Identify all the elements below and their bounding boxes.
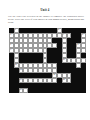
clue-number: 13 xyxy=(53,74,55,76)
block-cell xyxy=(81,88,86,93)
clue-number: 10 xyxy=(63,59,65,61)
clue-number: 9 xyxy=(10,49,11,51)
clue-number: 14 xyxy=(20,79,22,81)
clue-number: 3 xyxy=(10,34,11,36)
clue-number: 15 xyxy=(63,79,65,81)
clue-number: 2 xyxy=(58,29,59,31)
clue-number: 12 xyxy=(20,69,22,71)
puzzle-instructions: Use the clues you reviewed in the chapte… xyxy=(8,15,84,24)
clue-number: 6 xyxy=(10,39,11,41)
clue-number: 8 xyxy=(77,44,78,46)
clue-number: 1 xyxy=(15,29,16,31)
crossword-grid[interactable]: 12345678910111213141516 xyxy=(9,28,86,93)
page-title: Unit 4 xyxy=(0,8,90,12)
worksheet-page: Unit 4 Use the clues you reviewed in the… xyxy=(0,0,90,120)
clue-number: 4 xyxy=(63,34,64,36)
clue-number: 7 xyxy=(10,44,11,46)
clue-number: 5 xyxy=(82,34,83,36)
clue-number: 11 xyxy=(15,64,17,66)
clue-number: 16 xyxy=(20,89,22,91)
